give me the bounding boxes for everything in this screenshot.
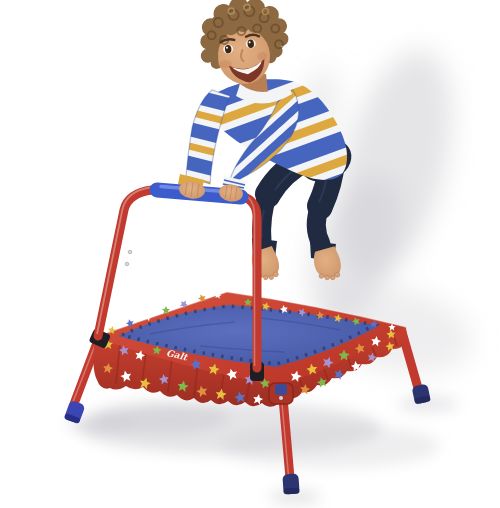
product-photo: Galt [0,0,500,508]
leg-foot-cap-front [282,473,299,494]
scene-illustration: Galt [0,0,500,508]
tube-rivet [128,250,132,254]
hinge-bolt [279,396,283,400]
tube-rivet [125,262,129,266]
corner-hinge-bracket [269,383,293,404]
